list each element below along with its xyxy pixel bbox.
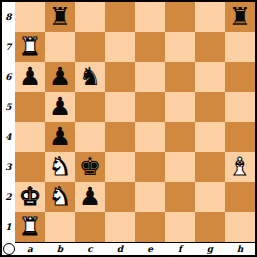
- rank-label-2: 2: [2, 182, 15, 212]
- square-e1[interactable]: [135, 212, 165, 242]
- black-knight[interactable]: ♞: [79, 64, 101, 89]
- square-e2[interactable]: [135, 182, 165, 212]
- square-e4[interactable]: [135, 122, 165, 152]
- move-indicator-cell: [2, 242, 15, 255]
- black-rook[interactable]: ♜: [229, 4, 251, 29]
- square-f7[interactable]: [165, 32, 195, 62]
- square-a8[interactable]: [15, 2, 45, 32]
- square-d7[interactable]: [105, 32, 135, 62]
- square-g8[interactable]: [195, 2, 225, 32]
- square-a7[interactable]: ♜: [15, 32, 45, 62]
- black-pawn[interactable]: ♟: [19, 64, 41, 89]
- square-c8[interactable]: [75, 2, 105, 32]
- white-knight[interactable]: ♞: [49, 184, 71, 209]
- board-frame-inner: 8♜♜7♜6♟♟♞5♟4♟3♞♚♝2♚♞♟1♜abcdefgh: [2, 2, 255, 255]
- square-f1[interactable]: [165, 212, 195, 242]
- white-knight[interactable]: ♞: [49, 154, 71, 179]
- black-pawn[interactable]: ♟: [49, 64, 71, 89]
- square-b5[interactable]: ♟: [45, 92, 75, 122]
- square-e8[interactable]: [135, 2, 165, 32]
- square-e7[interactable]: [135, 32, 165, 62]
- rank-label-8: 8: [2, 2, 15, 32]
- square-d2[interactable]: [105, 182, 135, 212]
- square-d1[interactable]: [105, 212, 135, 242]
- square-b4[interactable]: ♟: [45, 122, 75, 152]
- square-h6[interactable]: [225, 62, 255, 92]
- file-label-h: h: [225, 242, 255, 255]
- square-h3[interactable]: ♝: [225, 152, 255, 182]
- square-g2[interactable]: [195, 182, 225, 212]
- rank-label-1: 1: [2, 212, 15, 242]
- square-a3[interactable]: [15, 152, 45, 182]
- square-h7[interactable]: [225, 32, 255, 62]
- square-c7[interactable]: [75, 32, 105, 62]
- square-g7[interactable]: [195, 32, 225, 62]
- square-g1[interactable]: [195, 212, 225, 242]
- square-c6[interactable]: ♞: [75, 62, 105, 92]
- square-c5[interactable]: [75, 92, 105, 122]
- square-b2[interactable]: ♞: [45, 182, 75, 212]
- square-c1[interactable]: [75, 212, 105, 242]
- rank-label-6: 6: [2, 62, 15, 92]
- square-d3[interactable]: [105, 152, 135, 182]
- board-bottom-border: [15, 242, 255, 243]
- rank-label-5: 5: [2, 92, 15, 122]
- square-d8[interactable]: [105, 2, 135, 32]
- square-g4[interactable]: [195, 122, 225, 152]
- square-h4[interactable]: [225, 122, 255, 152]
- square-g3[interactable]: [195, 152, 225, 182]
- square-b6[interactable]: ♟: [45, 62, 75, 92]
- file-label-c: c: [75, 242, 105, 255]
- square-c3[interactable]: ♚: [75, 152, 105, 182]
- square-a1[interactable]: ♜: [15, 212, 45, 242]
- file-label-e: e: [135, 242, 165, 255]
- square-b8[interactable]: ♜: [45, 2, 75, 32]
- square-f2[interactable]: [165, 182, 195, 212]
- black-rook[interactable]: ♜: [49, 4, 71, 29]
- rank-label-3: 3: [2, 152, 15, 182]
- black-pawn[interactable]: ♟: [49, 124, 71, 149]
- chess-diagram: 8♜♜7♜6♟♟♞5♟4♟3♞♚♝2♚♞♟1♜abcdefgh: [0, 0, 257, 257]
- square-c4[interactable]: [75, 122, 105, 152]
- square-h1[interactable]: [225, 212, 255, 242]
- square-g6[interactable]: [195, 62, 225, 92]
- square-g5[interactable]: [195, 92, 225, 122]
- rank-label-4: 4: [2, 122, 15, 152]
- square-b3[interactable]: ♞: [45, 152, 75, 182]
- square-e5[interactable]: [135, 92, 165, 122]
- file-label-a: a: [15, 242, 45, 255]
- square-c2[interactable]: ♟: [75, 182, 105, 212]
- rank-label-7: 7: [2, 32, 15, 62]
- square-a6[interactable]: ♟: [15, 62, 45, 92]
- square-b7[interactable]: [45, 32, 75, 62]
- square-e6[interactable]: [135, 62, 165, 92]
- white-rook[interactable]: ♜: [19, 214, 41, 239]
- square-f3[interactable]: [165, 152, 195, 182]
- white-bishop[interactable]: ♝: [229, 154, 251, 179]
- square-d6[interactable]: [105, 62, 135, 92]
- square-d5[interactable]: [105, 92, 135, 122]
- square-a2[interactable]: ♚: [15, 182, 45, 212]
- square-a5[interactable]: [15, 92, 45, 122]
- file-label-f: f: [165, 242, 195, 255]
- black-pawn[interactable]: ♟: [49, 94, 71, 119]
- white-to-move-indicator: [3, 243, 15, 255]
- file-label-b: b: [45, 242, 75, 255]
- square-h8[interactable]: ♜: [225, 2, 255, 32]
- square-f5[interactable]: [165, 92, 195, 122]
- square-d4[interactable]: [105, 122, 135, 152]
- black-king[interactable]: ♚: [79, 154, 101, 179]
- file-label-d: d: [105, 242, 135, 255]
- file-label-g: g: [195, 242, 225, 255]
- square-h2[interactable]: [225, 182, 255, 212]
- square-f4[interactable]: [165, 122, 195, 152]
- square-b1[interactable]: [45, 212, 75, 242]
- white-rook[interactable]: ♜: [19, 34, 41, 59]
- square-f6[interactable]: [165, 62, 195, 92]
- white-king[interactable]: ♚: [19, 184, 41, 209]
- black-pawn[interactable]: ♟: [79, 184, 101, 209]
- square-e3[interactable]: [135, 152, 165, 182]
- square-a4[interactable]: [15, 122, 45, 152]
- square-h5[interactable]: [225, 92, 255, 122]
- square-f8[interactable]: [165, 2, 195, 32]
